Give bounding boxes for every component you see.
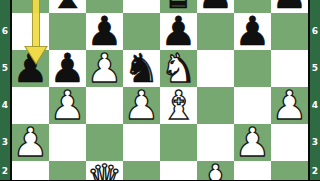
square-e2[interactable] [160, 161, 197, 181]
piece-black-pawn-e6[interactable]: ♟ [160, 13, 197, 50]
right-coordinate-strip: 65432 [308, 0, 320, 180]
square-d6[interactable] [123, 13, 160, 50]
piece-black-pawn-a5[interactable]: ♟ [12, 50, 49, 87]
chessboard-screenshot: ♝♛♟♟♟♟♟♟♟♟♞♞♟♟♝♟♟♟♛♟ 65432 65432 [0, 0, 320, 180]
square-a3[interactable]: ♟ [12, 124, 49, 161]
square-g5[interactable] [234, 50, 271, 87]
piece-white-pawn-g3[interactable]: ♟ [234, 124, 271, 161]
square-d3[interactable] [123, 124, 160, 161]
piece-black-pawn-g6[interactable]: ♟ [234, 13, 271, 50]
square-g3[interactable]: ♟ [234, 124, 271, 161]
chess-board: ♝♛♟♟♟♟♟♟♟♟♞♞♟♟♝♟♟♟♛♟ [12, 0, 308, 180]
rank-label-right-3: 3 [310, 137, 320, 147]
piece-white-bishop-e4[interactable]: ♝ [160, 87, 197, 124]
square-h6[interactable] [271, 13, 308, 50]
square-f3[interactable] [197, 124, 234, 161]
rank-label-right-4: 4 [310, 100, 320, 110]
square-f5[interactable] [197, 50, 234, 87]
square-c6[interactable]: ♟ [86, 13, 123, 50]
square-b7[interactable]: ♝ [49, 0, 86, 13]
rank-label-left-6: 6 [0, 26, 10, 36]
square-e6[interactable]: ♟ [160, 13, 197, 50]
square-f2[interactable]: ♟ [197, 161, 234, 181]
square-a7[interactable] [12, 0, 49, 13]
square-c4[interactable] [86, 87, 123, 124]
square-b6[interactable] [49, 13, 86, 50]
square-h2[interactable] [271, 161, 308, 181]
piece-black-pawn-c6[interactable]: ♟ [86, 13, 123, 50]
square-e3[interactable] [160, 124, 197, 161]
square-f4[interactable] [197, 87, 234, 124]
rank-label-right-5: 5 [310, 63, 320, 73]
square-d7[interactable] [123, 0, 160, 13]
square-b3[interactable] [49, 124, 86, 161]
square-f7[interactable]: ♟ [197, 0, 234, 13]
square-b2[interactable] [49, 161, 86, 181]
square-d2[interactable] [123, 161, 160, 181]
piece-black-pawn-b5[interactable]: ♟ [49, 50, 86, 87]
square-c2[interactable]: ♛ [86, 161, 123, 181]
piece-white-pawn-a3[interactable]: ♟ [12, 124, 49, 161]
square-h3[interactable] [271, 124, 308, 161]
piece-black-pawn-f7[interactable]: ♟ [197, 0, 234, 13]
rank-label-right-2: 2 [310, 166, 320, 176]
board-viewport: ♝♛♟♟♟♟♟♟♟♟♞♞♟♟♝♟♟♟♛♟ [12, 0, 308, 180]
piece-white-pawn-f2[interactable]: ♟ [197, 161, 234, 181]
square-f6[interactable] [197, 13, 234, 50]
square-a5[interactable]: ♟ [12, 50, 49, 87]
rank-label-left-3: 3 [0, 137, 10, 147]
square-c5[interactable]: ♟ [86, 50, 123, 87]
piece-white-pawn-d4[interactable]: ♟ [123, 87, 160, 124]
square-h5[interactable] [271, 50, 308, 87]
square-a4[interactable] [12, 87, 49, 124]
square-h4[interactable]: ♟ [271, 87, 308, 124]
square-h7[interactable]: ♟ [271, 0, 308, 13]
rank-label-left-2: 2 [0, 166, 10, 176]
square-b5[interactable]: ♟ [49, 50, 86, 87]
rank-label-left-5: 5 [0, 63, 10, 73]
square-d5[interactable]: ♞ [123, 50, 160, 87]
piece-black-pawn-h7[interactable]: ♟ [271, 0, 308, 13]
square-g4[interactable] [234, 87, 271, 124]
square-a6[interactable] [12, 13, 49, 50]
rank-label-left-4: 4 [0, 100, 10, 110]
piece-white-knight-e5[interactable]: ♞ [160, 50, 197, 87]
left-coordinate-strip: 65432 [0, 0, 12, 180]
square-g6[interactable]: ♟ [234, 13, 271, 50]
piece-black-knight-d5[interactable]: ♞ [123, 50, 160, 87]
square-d4[interactable]: ♟ [123, 87, 160, 124]
square-b4[interactable]: ♟ [49, 87, 86, 124]
piece-black-bishop-b7[interactable]: ♝ [49, 0, 86, 13]
square-c3[interactable] [86, 124, 123, 161]
rank-label-right-6: 6 [310, 26, 320, 36]
piece-white-queen-c2[interactable]: ♛ [86, 161, 123, 181]
square-e5[interactable]: ♞ [160, 50, 197, 87]
piece-white-pawn-b4[interactable]: ♟ [49, 87, 86, 124]
piece-white-pawn-c5[interactable]: ♟ [86, 50, 123, 87]
square-e4[interactable]: ♝ [160, 87, 197, 124]
piece-white-pawn-h4[interactable]: ♟ [271, 87, 308, 124]
